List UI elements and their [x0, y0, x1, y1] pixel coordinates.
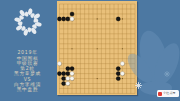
info-result: 黑中盘胜 — [0, 87, 55, 92]
white-stone — [66, 81, 70, 85]
star-point — [122, 48, 123, 49]
black-stone — [116, 77, 120, 81]
white-stone — [120, 72, 124, 76]
white-stone — [57, 62, 61, 66]
black-stone — [66, 67, 70, 71]
black-stone — [62, 17, 66, 21]
black-stone — [57, 72, 61, 76]
black-stone — [70, 12, 74, 16]
white-stone — [70, 77, 74, 81]
snowflake-icon — [134, 81, 143, 90]
star-point — [97, 48, 98, 49]
white-stone — [70, 17, 74, 21]
star-point — [97, 18, 98, 19]
black-stone — [57, 17, 61, 21]
plum-flower-ornament-icon — [11, 5, 45, 39]
star-point — [122, 78, 123, 79]
white-stone — [66, 77, 70, 81]
white-stone — [120, 62, 124, 66]
watermark-badge-text: 小红书号 — [163, 91, 176, 96]
game-info-panel: 2019年 中国围棋 甲级联赛 第2轮 黑方童梦成 VS 白方李维清 黑中盘胜 — [0, 50, 55, 92]
watermark-badge: 小红书号 — [157, 90, 179, 97]
black-stone — [116, 67, 120, 71]
black-stone — [62, 77, 66, 81]
go-board — [57, 1, 137, 95]
star-point — [97, 78, 98, 79]
black-stone — [66, 17, 70, 21]
black-stone — [62, 81, 66, 85]
app-logo-icon — [158, 92, 162, 96]
black-stone — [62, 72, 66, 76]
black-stone — [66, 72, 70, 76]
star-point — [122, 18, 123, 19]
star-point — [71, 48, 72, 49]
snowflake-icon — [163, 70, 171, 78]
go-diagram-card: 2019年 中国围棋 甲级联赛 第2轮 黑方童梦成 VS 白方李维清 黑中盘胜 — [0, 0, 180, 101]
black-stone — [70, 67, 74, 71]
black-stone — [116, 72, 120, 76]
black-stone — [116, 17, 120, 21]
white-stone — [70, 72, 74, 76]
go-board-svg — [57, 1, 137, 95]
